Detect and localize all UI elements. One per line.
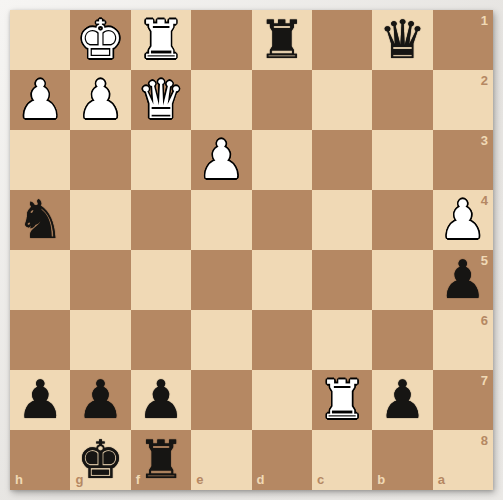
chess-board: ♚♜♜♛1♟♟♛2♟3♞♟4♟56♟♟♟♜♟7h♚g♜fedcb8a [10,10,493,490]
square-a8[interactable]: 8a [433,430,493,490]
square-d1[interactable]: ♜ [252,10,312,70]
square-d6[interactable] [252,310,312,370]
black-rook[interactable]: ♜ [137,430,185,490]
square-a6[interactable]: 6 [433,310,493,370]
square-h5[interactable] [10,250,70,310]
white-pawn[interactable]: ♟ [198,130,246,190]
white-king[interactable]: ♚ [77,10,125,70]
black-knight[interactable]: ♞ [16,190,64,250]
square-g4[interactable] [70,190,130,250]
square-g1[interactable]: ♚ [70,10,130,70]
rank-label-1: 1 [481,14,488,27]
square-b1[interactable]: ♛ [372,10,432,70]
square-h7[interactable]: ♟ [10,370,70,430]
file-label-b: b [377,473,385,486]
rank-label-2: 2 [481,74,488,87]
file-label-d: d [257,473,265,486]
square-c4[interactable] [312,190,372,250]
square-e2[interactable] [191,70,251,130]
file-label-h: h [15,473,23,486]
rank-label-6: 6 [481,314,488,327]
square-g7[interactable]: ♟ [70,370,130,430]
square-h2[interactable]: ♟ [10,70,70,130]
square-d8[interactable]: d [252,430,312,490]
square-e8[interactable]: e [191,430,251,490]
rank-label-8: 8 [481,434,488,447]
rank-label-3: 3 [481,134,488,147]
file-label-a: a [438,473,445,486]
square-h8[interactable]: h [10,430,70,490]
square-g5[interactable] [70,250,130,310]
square-c6[interactable] [312,310,372,370]
white-pawn[interactable]: ♟ [439,190,487,250]
square-f3[interactable] [131,130,191,190]
square-a7[interactable]: 7 [433,370,493,430]
square-a2[interactable]: 2 [433,70,493,130]
square-f2[interactable]: ♛ [131,70,191,130]
square-g2[interactable]: ♟ [70,70,130,130]
square-e4[interactable] [191,190,251,250]
square-a5[interactable]: ♟5 [433,250,493,310]
square-f4[interactable] [131,190,191,250]
square-f8[interactable]: ♜f [131,430,191,490]
square-c8[interactable]: c [312,430,372,490]
square-e6[interactable] [191,310,251,370]
black-rook[interactable]: ♜ [258,10,306,70]
square-e7[interactable] [191,370,251,430]
square-b7[interactable]: ♟ [372,370,432,430]
square-c5[interactable] [312,250,372,310]
square-h6[interactable] [10,310,70,370]
black-pawn[interactable]: ♟ [77,370,125,430]
rank-label-7: 7 [481,374,488,387]
square-h1[interactable] [10,10,70,70]
square-g6[interactable] [70,310,130,370]
square-f7[interactable]: ♟ [131,370,191,430]
square-e1[interactable] [191,10,251,70]
square-b6[interactable] [372,310,432,370]
white-pawn[interactable]: ♟ [77,70,125,130]
square-c3[interactable] [312,130,372,190]
white-pawn[interactable]: ♟ [16,70,64,130]
black-pawn[interactable]: ♟ [439,250,487,310]
square-f1[interactable]: ♜ [131,10,191,70]
black-pawn[interactable]: ♟ [379,370,427,430]
square-g8[interactable]: ♚g [70,430,130,490]
square-a1[interactable]: 1 [433,10,493,70]
white-rook[interactable]: ♜ [318,370,366,430]
square-h3[interactable] [10,130,70,190]
file-label-c: c [317,473,324,486]
square-g3[interactable] [70,130,130,190]
file-label-e: e [196,473,203,486]
square-f6[interactable] [131,310,191,370]
square-b4[interactable] [372,190,432,250]
square-c7[interactable]: ♜ [312,370,372,430]
square-b2[interactable] [372,70,432,130]
square-d2[interactable] [252,70,312,130]
square-e3[interactable]: ♟ [191,130,251,190]
square-b5[interactable] [372,250,432,310]
black-king[interactable]: ♚ [77,430,125,490]
square-d7[interactable] [252,370,312,430]
square-d5[interactable] [252,250,312,310]
square-d3[interactable] [252,130,312,190]
square-e5[interactable] [191,250,251,310]
square-b8[interactable]: b [372,430,432,490]
square-c2[interactable] [312,70,372,130]
square-a3[interactable]: 3 [433,130,493,190]
square-f5[interactable] [131,250,191,310]
white-queen[interactable]: ♛ [137,70,185,130]
square-a4[interactable]: ♟4 [433,190,493,250]
square-d4[interactable] [252,190,312,250]
white-rook[interactable]: ♜ [137,10,185,70]
black-queen[interactable]: ♛ [379,10,427,70]
black-pawn[interactable]: ♟ [16,370,64,430]
black-pawn[interactable]: ♟ [137,370,185,430]
square-b3[interactable] [372,130,432,190]
square-h4[interactable]: ♞ [10,190,70,250]
square-c1[interactable] [312,10,372,70]
